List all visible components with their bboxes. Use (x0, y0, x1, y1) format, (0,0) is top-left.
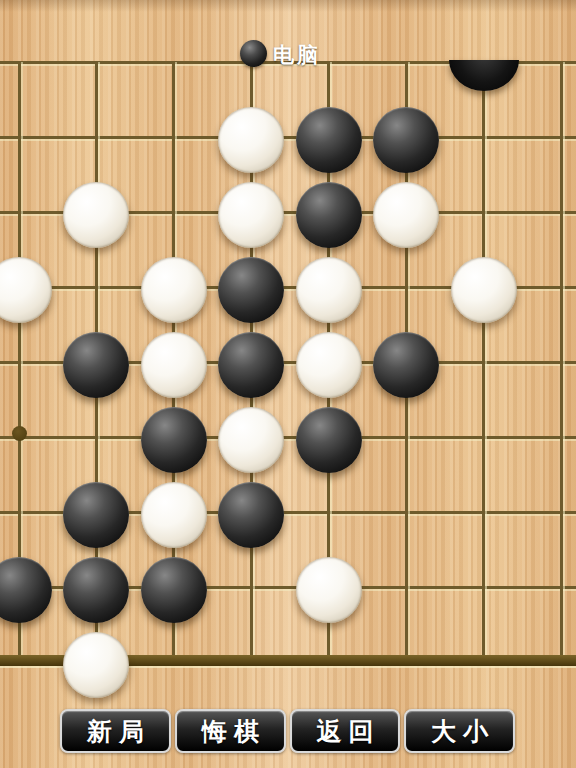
black-stone (449, 60, 519, 91)
white-stone (296, 557, 362, 623)
black-stone (218, 332, 284, 398)
black-stone (296, 182, 362, 248)
black-stone (373, 107, 439, 173)
grid-line-horizontal (0, 136, 576, 139)
black-stone (63, 482, 129, 548)
grid-line-vertical (482, 62, 485, 655)
white-stone (141, 482, 207, 548)
undo-move-button[interactable]: 悔棋 (175, 709, 286, 753)
black-stone (141, 407, 207, 473)
white-stone (141, 257, 207, 323)
black-stone (373, 332, 439, 398)
white-stone (141, 332, 207, 398)
white-stone (451, 257, 517, 323)
black-stone (63, 332, 129, 398)
star-point (12, 426, 27, 441)
black-stone (0, 557, 52, 623)
black-stone (63, 557, 129, 623)
black-stone (218, 257, 284, 323)
white-stone (0, 257, 52, 323)
turn-indicator-black-stone-icon (240, 40, 267, 67)
toolbar: 新局 悔棋 返回 大小 (60, 709, 515, 753)
top-shade (0, 0, 576, 12)
black-stone (296, 407, 362, 473)
white-stone (296, 332, 362, 398)
grid-line-horizontal (0, 436, 576, 439)
white-stone (296, 257, 362, 323)
black-stone (218, 482, 284, 548)
white-stone (218, 107, 284, 173)
board-size-button[interactable]: 大小 (404, 709, 515, 753)
grid-line-vertical (560, 62, 563, 655)
white-stone (63, 632, 129, 698)
white-stone (218, 407, 284, 473)
black-stone (296, 107, 362, 173)
back-button[interactable]: 返回 (290, 709, 401, 753)
black-stone (141, 557, 207, 623)
new-game-button[interactable]: 新局 (60, 709, 171, 753)
white-stone (373, 182, 439, 248)
go-app-screen: 电脑 新局 悔棋 返回 大小 (0, 0, 576, 768)
white-stone (63, 182, 129, 248)
turn-indicator-label: 电脑 (273, 41, 321, 69)
white-stone (218, 182, 284, 248)
